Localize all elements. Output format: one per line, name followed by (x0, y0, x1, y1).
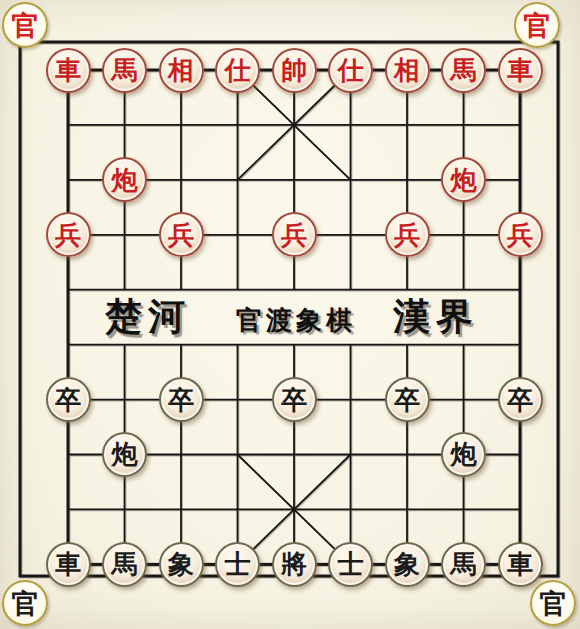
piece-black-r10c9[interactable]: 車 (498, 542, 543, 587)
board-cell-r4c1[interactable]: 兵 (40, 207, 97, 262)
piece-black-r10c2[interactable]: 馬 (102, 542, 147, 587)
board-cell-r8c7[interactable] (379, 427, 436, 482)
board-cell-r2c9[interactable] (492, 97, 549, 152)
board-cell-r1c5[interactable]: 帥 (266, 43, 323, 98)
board-cell-r4c9[interactable]: 兵 (492, 207, 549, 262)
board-cell-r3c6[interactable] (322, 152, 379, 207)
board-cell-r9c9[interactable] (492, 482, 549, 537)
board-cell-r1c4[interactable]: 仕 (209, 43, 266, 98)
piece-black-r10c1[interactable]: 車 (46, 542, 91, 587)
piece-red-r1c2[interactable]: 馬 (102, 48, 147, 93)
board-cell-r9c3[interactable] (153, 482, 210, 537)
corner-stamp-bottom-right: 官 (530, 580, 576, 626)
board-cell-r2c7[interactable] (379, 97, 436, 152)
piece-black-r10c3[interactable]: 象 (159, 542, 204, 587)
piece-black-r7c5[interactable]: 卒 (272, 377, 317, 422)
board-cell-r3c4[interactable] (209, 152, 266, 207)
piece-red-r4c5[interactable]: 兵 (272, 212, 317, 257)
board-cell-r8c6[interactable] (322, 427, 379, 482)
piece-red-r3c8[interactable]: 炮 (441, 157, 486, 202)
board-cell-r9c8[interactable] (435, 482, 492, 537)
xiangqi-board-scene: 車馬相仕帥仕相馬車炮炮兵兵兵兵兵卒卒卒卒卒炮炮車馬象士將士象馬車 楚河 官渡象棋… (0, 0, 580, 629)
board-cell-r9c4[interactable] (209, 482, 266, 537)
board-cell-r9c7[interactable] (379, 482, 436, 537)
board-cell-r10c4[interactable]: 士 (209, 537, 266, 592)
corner-stamp-bottom-left: 官 (2, 580, 48, 626)
board-cell-r3c7[interactable] (379, 152, 436, 207)
piece-red-r4c7[interactable]: 兵 (385, 212, 430, 257)
board-cell-r3c8[interactable]: 炮 (435, 152, 492, 207)
board-cell-r4c8[interactable] (435, 207, 492, 262)
piece-red-r4c9[interactable]: 兵 (498, 212, 543, 257)
board-cell-r8c3[interactable] (153, 427, 210, 482)
board-cell-r3c9[interactable] (492, 152, 549, 207)
piece-red-r1c3[interactable]: 相 (159, 48, 204, 93)
piece-red-r1c4[interactable]: 仕 (215, 48, 260, 93)
board-cell-r5c1[interactable] (40, 262, 97, 317)
piece-black-r7c1[interactable]: 卒 (46, 377, 91, 422)
river-label-chu-he: 楚河 (105, 292, 191, 342)
piece-red-r1c8[interactable]: 馬 (441, 48, 486, 93)
piece-black-r10c5[interactable]: 將 (272, 542, 317, 587)
board-cell-r3c2[interactable]: 炮 (96, 152, 153, 207)
board-cell-r10c7[interactable]: 象 (379, 537, 436, 592)
board-cell-r3c5[interactable] (266, 152, 323, 207)
board-cell-r2c5[interactable] (266, 97, 323, 152)
piece-black-r7c9[interactable]: 卒 (498, 377, 543, 422)
board-cell-r10c8[interactable]: 馬 (435, 537, 492, 592)
board-cell-r7c7[interactable]: 卒 (379, 372, 436, 427)
stamp-glyph: 官 (524, 12, 551, 39)
board-cell-r9c6[interactable] (322, 482, 379, 537)
board-cell-r1c9[interactable]: 車 (492, 43, 549, 98)
piece-black-r10c4[interactable]: 士 (215, 542, 260, 587)
board-cell-r1c8[interactable]: 馬 (435, 43, 492, 98)
board-cell-r1c7[interactable]: 相 (379, 43, 436, 98)
board-cell-r4c6[interactable] (322, 207, 379, 262)
board-cell-r8c1[interactable] (40, 427, 97, 482)
board-cell-r10c2[interactable]: 馬 (96, 537, 153, 592)
board-cell-r8c8[interactable]: 炮 (435, 427, 492, 482)
piece-black-r10c8[interactable]: 馬 (441, 542, 486, 587)
board-cell-r1c2[interactable]: 馬 (96, 43, 153, 98)
piece-black-r8c8[interactable]: 炮 (441, 432, 486, 477)
river-label-han-jie: 漢界 (393, 292, 479, 342)
board-cell-r3c1[interactable] (40, 152, 97, 207)
stamp-glyph: 官 (540, 590, 567, 617)
piece-red-r1c1[interactable]: 車 (46, 48, 91, 93)
board-cell-r7c1[interactable]: 卒 (40, 372, 97, 427)
board-cell-r7c6[interactable] (322, 372, 379, 427)
piece-black-r10c6[interactable]: 士 (328, 542, 373, 587)
board-cell-r4c3[interactable]: 兵 (153, 207, 210, 262)
piece-red-r4c1[interactable]: 兵 (46, 212, 91, 257)
board-cell-r8c2[interactable]: 炮 (96, 427, 153, 482)
board-cell-r9c2[interactable] (96, 482, 153, 537)
river-label-brand: 官渡象棋 (236, 303, 356, 338)
board-cell-r1c6[interactable]: 仕 (322, 43, 379, 98)
piece-black-r7c3[interactable]: 卒 (159, 377, 204, 422)
board-cell-r8c4[interactable] (209, 427, 266, 482)
board-cell-r4c5[interactable]: 兵 (266, 207, 323, 262)
board-cell-r6c1[interactable] (40, 317, 97, 372)
board-cell-r10c6[interactable]: 士 (322, 537, 379, 592)
board-cell-r4c2[interactable] (96, 207, 153, 262)
board-cell-r10c5[interactable]: 將 (266, 537, 323, 592)
board-cell-r7c2[interactable] (96, 372, 153, 427)
board-cell-r7c5[interactable]: 卒 (266, 372, 323, 427)
board-cell-r7c9[interactable]: 卒 (492, 372, 549, 427)
board-cell-r3c3[interactable] (153, 152, 210, 207)
board-cell-r8c9[interactable] (492, 427, 549, 482)
piece-black-r7c7[interactable]: 卒 (385, 377, 430, 422)
piece-red-r1c7[interactable]: 相 (385, 48, 430, 93)
board-cell-r10c3[interactable]: 象 (153, 537, 210, 592)
board-cell-r2c8[interactable] (435, 97, 492, 152)
piece-red-r3c2[interactable]: 炮 (102, 157, 147, 202)
board-cell-r2c1[interactable] (40, 97, 97, 152)
board-cell-r2c4[interactable] (209, 97, 266, 152)
board-cell-r4c7[interactable]: 兵 (379, 207, 436, 262)
board-cell-r2c2[interactable] (96, 97, 153, 152)
board-cell-r7c3[interactable]: 卒 (153, 372, 210, 427)
stamp-glyph: 官 (12, 590, 39, 617)
board-cell-r1c1[interactable]: 車 (40, 43, 97, 98)
corner-stamp-top-left: 官 (2, 2, 48, 48)
board-cell-r2c3[interactable] (153, 97, 210, 152)
board-cell-r7c4[interactable] (209, 372, 266, 427)
piece-red-r1c5[interactable]: 帥 (272, 48, 317, 93)
corner-stamp-top-right: 官 (514, 2, 560, 48)
board-cell-r7c8[interactable] (435, 372, 492, 427)
piece-black-r8c2[interactable]: 炮 (102, 432, 147, 477)
piece-black-r10c7[interactable]: 象 (385, 542, 430, 587)
board-cell-r8c5[interactable] (266, 427, 323, 482)
board-cell-r4c4[interactable] (209, 207, 266, 262)
board-cell-r10c1[interactable]: 車 (40, 537, 97, 592)
piece-red-r1c6[interactable]: 仕 (328, 48, 373, 93)
board-cell-r6c9[interactable] (492, 317, 549, 372)
piece-red-r4c3[interactable]: 兵 (159, 212, 204, 257)
board-cell-r1c3[interactable]: 相 (153, 43, 210, 98)
piece-red-r1c9[interactable]: 車 (498, 48, 543, 93)
board-cell-r9c5[interactable] (266, 482, 323, 537)
board-cell-r9c1[interactable] (40, 482, 97, 537)
board-cell-r5c9[interactable] (492, 262, 549, 317)
board-cell-r2c6[interactable] (322, 97, 379, 152)
stamp-glyph: 官 (12, 12, 39, 39)
